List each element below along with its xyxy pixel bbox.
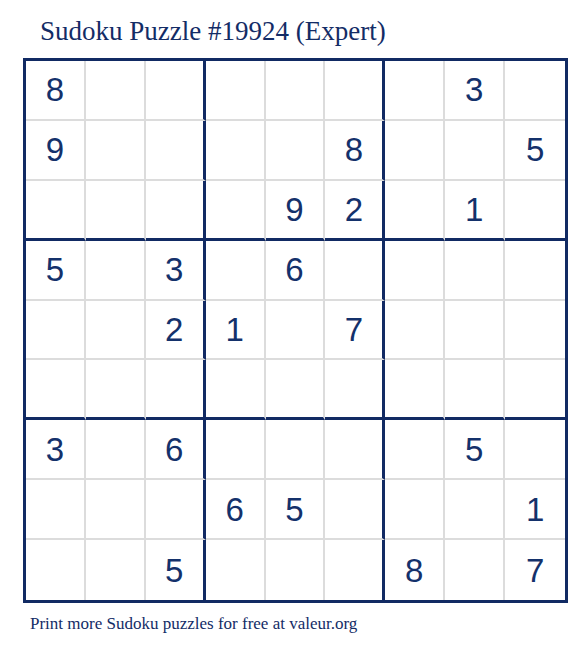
cell-r1c9 (505, 61, 565, 121)
cell-r5c5 (266, 301, 326, 361)
cell-r9c2 (86, 540, 146, 600)
cell-r7c1: 3 (26, 420, 86, 480)
cell-r6c4 (206, 360, 266, 420)
cell-r8c8 (445, 480, 505, 540)
cell-r7c6 (325, 420, 385, 480)
cell-r8c4: 6 (206, 480, 266, 540)
cell-r7c9 (505, 420, 565, 480)
cell-r5c1 (26, 301, 86, 361)
cell-r1c5 (266, 61, 326, 121)
cell-r6c8 (445, 360, 505, 420)
cell-r9c5 (266, 540, 326, 600)
cell-r4c4 (206, 241, 266, 301)
cell-r8c2 (86, 480, 146, 540)
cell-r3c3 (146, 181, 206, 241)
footer-text: Print more Sudoku puzzles for free at va… (30, 614, 357, 634)
cell-r4c2 (86, 241, 146, 301)
cell-r1c2 (86, 61, 146, 121)
cell-r6c2 (86, 360, 146, 420)
cell-r6c5 (266, 360, 326, 420)
cell-r4c8 (445, 241, 505, 301)
page-title: Sudoku Puzzle #19924 (Expert) (40, 16, 386, 47)
cell-r2c1: 9 (26, 121, 86, 181)
cell-r1c6 (325, 61, 385, 121)
cell-r3c5: 9 (266, 181, 326, 241)
cell-r6c7 (385, 360, 445, 420)
cell-r7c2 (86, 420, 146, 480)
cell-r6c9 (505, 360, 565, 420)
cell-r8c1 (26, 480, 86, 540)
cell-r2c5 (266, 121, 326, 181)
cell-r2c4 (206, 121, 266, 181)
cell-r4c9 (505, 241, 565, 301)
cell-r5c9 (505, 301, 565, 361)
cell-r5c8 (445, 301, 505, 361)
sudoku-page: Sudoku Puzzle #19924 (Expert) 8398592153… (0, 0, 580, 651)
cell-r1c3 (146, 61, 206, 121)
cell-r4c6 (325, 241, 385, 301)
cell-r5c6: 7 (325, 301, 385, 361)
cell-r4c3: 3 (146, 241, 206, 301)
cell-r1c7 (385, 61, 445, 121)
cell-r5c7 (385, 301, 445, 361)
cell-r8c9: 1 (505, 480, 565, 540)
cell-r7c4 (206, 420, 266, 480)
cell-r5c2 (86, 301, 146, 361)
cell-r6c1 (26, 360, 86, 420)
cell-r7c3: 6 (146, 420, 206, 480)
cell-r9c9: 7 (505, 540, 565, 600)
cell-r3c6: 2 (325, 181, 385, 241)
cell-r1c1: 8 (26, 61, 86, 121)
cell-r3c2 (86, 181, 146, 241)
cell-r5c3: 2 (146, 301, 206, 361)
cell-r8c6 (325, 480, 385, 540)
cell-r2c2 (86, 121, 146, 181)
cell-r3c1 (26, 181, 86, 241)
cell-r2c9: 5 (505, 121, 565, 181)
cell-r2c6: 8 (325, 121, 385, 181)
cell-r7c5 (266, 420, 326, 480)
cell-r4c1: 5 (26, 241, 86, 301)
cell-r5c4: 1 (206, 301, 266, 361)
cell-r8c7 (385, 480, 445, 540)
cell-r8c3 (146, 480, 206, 540)
cell-r4c7 (385, 241, 445, 301)
cell-r8c5: 5 (266, 480, 326, 540)
cell-r4c5: 6 (266, 241, 326, 301)
cell-r9c7: 8 (385, 540, 445, 600)
cell-r9c1 (26, 540, 86, 600)
cell-r1c4 (206, 61, 266, 121)
cell-r2c8 (445, 121, 505, 181)
cell-r2c3 (146, 121, 206, 181)
sudoku-grid: 83985921536217365651587 (23, 58, 568, 603)
cell-r3c4 (206, 181, 266, 241)
cell-r9c6 (325, 540, 385, 600)
cell-r3c8: 1 (445, 181, 505, 241)
cell-r9c8 (445, 540, 505, 600)
cell-r2c7 (385, 121, 445, 181)
cell-r7c8: 5 (445, 420, 505, 480)
cell-r1c8: 3 (445, 61, 505, 121)
cell-r3c7 (385, 181, 445, 241)
cell-r9c3: 5 (146, 540, 206, 600)
cell-r7c7 (385, 420, 445, 480)
cell-r6c6 (325, 360, 385, 420)
cell-r3c9 (505, 181, 565, 241)
cell-r9c4 (206, 540, 266, 600)
cell-r6c3 (146, 360, 206, 420)
